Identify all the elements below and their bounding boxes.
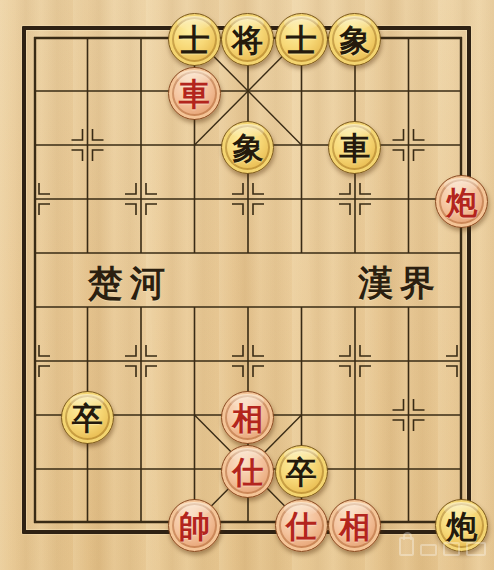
piece-glyph: 車: [179, 79, 210, 110]
piece-glyph: 相: [232, 403, 263, 434]
piece-glyph: 士: [179, 25, 210, 56]
piece-glyph: 士: [286, 25, 317, 56]
piece-red-elephant[interactable]: 相: [221, 391, 274, 444]
piece-glyph: 将: [232, 25, 263, 56]
piece-glyph: 卒: [286, 457, 317, 488]
shopping-bag-icon: [399, 537, 414, 556]
piece-red-advisor[interactable]: 仕: [221, 445, 274, 498]
piece-red-general[interactable]: 帥: [168, 499, 221, 552]
piece-red-cannon[interactable]: 炮: [435, 175, 488, 228]
watermark: [399, 537, 486, 556]
piece-glyph: 車: [339, 133, 370, 164]
piece-glyph: 卒: [72, 403, 103, 434]
watermark-glyph: [443, 542, 460, 556]
piece-black-soldier[interactable]: 卒: [275, 445, 328, 498]
piece-glyph: 炮: [446, 187, 477, 218]
piece-glyph: 帥: [179, 511, 210, 542]
piece-black-elephant[interactable]: 象: [328, 13, 381, 66]
piece-red-elephant[interactable]: 相: [328, 499, 381, 552]
piece-glyph: 仕: [232, 457, 263, 488]
piece-black-advisor[interactable]: 士: [168, 13, 221, 66]
watermark-glyph: [420, 544, 437, 556]
piece-black-advisor[interactable]: 士: [275, 13, 328, 66]
piece-red-chariot[interactable]: 車: [168, 67, 221, 120]
piece-black-soldier[interactable]: 卒: [61, 391, 114, 444]
piece-black-chariot[interactable]: 車: [328, 121, 381, 174]
xiangqi-board-screen: 楚河 漢界 士将士象車象車炮卒相仕卒帥仕相炮: [0, 0, 494, 570]
piece-black-general[interactable]: 将: [221, 13, 274, 66]
piece-red-advisor[interactable]: 仕: [275, 499, 328, 552]
piece-glyph: 仕: [286, 511, 317, 542]
piece-glyph: 象: [232, 133, 263, 164]
piece-black-elephant[interactable]: 象: [221, 121, 274, 174]
piece-glyph: 象: [339, 25, 370, 56]
watermark-glyph: [466, 542, 486, 556]
piece-glyph: 相: [339, 511, 370, 542]
